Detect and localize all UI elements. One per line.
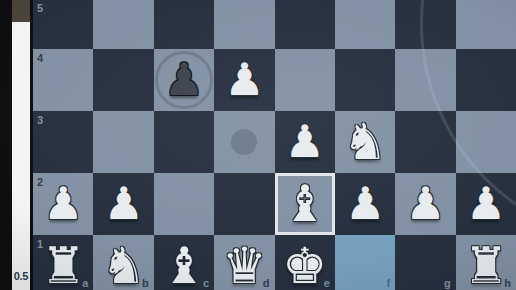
white-knight-piece[interactable]: ♞	[93, 235, 153, 290]
square-f3[interactable]: ♞	[335, 111, 395, 173]
file-label-f: f	[387, 278, 391, 289]
square-f2[interactable]: ♟	[335, 173, 395, 235]
square-a4[interactable]: 4	[33, 49, 93, 111]
file-label-g: g	[444, 278, 451, 289]
square-b5[interactable]	[93, 0, 153, 49]
square-c4[interactable]: ♟	[154, 49, 214, 111]
white-pawn-piece[interactable]: ♟	[456, 173, 516, 235]
square-e2[interactable]: ♝	[275, 173, 335, 235]
square-d2[interactable]	[214, 173, 274, 235]
square-c1[interactable]: c♝	[154, 235, 214, 290]
square-d4[interactable]: ♟	[214, 49, 274, 111]
square-h2[interactable]: ♟	[456, 173, 516, 235]
white-bishop-piece[interactable]: ♝	[154, 235, 214, 290]
white-knight-piece[interactable]: ♞	[335, 111, 395, 173]
white-queen-piece[interactable]: ♛	[214, 235, 274, 290]
square-g4[interactable]	[395, 49, 455, 111]
eval-bar-black-segment	[12, 0, 30, 22]
square-f4[interactable]	[335, 49, 395, 111]
black-pawn-piece[interactable]: ♟	[154, 49, 214, 111]
square-f1[interactable]: f	[335, 235, 395, 290]
eval-score: 0.5	[12, 270, 30, 282]
square-d5[interactable]	[214, 0, 274, 49]
white-pawn-piece[interactable]: ♟	[275, 111, 335, 173]
square-g5[interactable]	[395, 0, 455, 49]
square-d3[interactable]	[214, 111, 274, 173]
square-c3[interactable]	[154, 111, 214, 173]
white-bishop-piece[interactable]: ♝	[275, 173, 335, 235]
white-pawn-piece[interactable]: ♟	[33, 173, 93, 235]
square-h4[interactable]	[456, 49, 516, 111]
square-f5[interactable]	[335, 0, 395, 49]
square-b2[interactable]: ♟	[93, 173, 153, 235]
square-a5[interactable]: 5	[33, 0, 93, 49]
square-b4[interactable]	[93, 49, 153, 111]
square-b1[interactable]: b♞	[93, 235, 153, 290]
square-e5[interactable]	[275, 0, 335, 49]
square-d1[interactable]: d♛	[214, 235, 274, 290]
square-a1[interactable]: 1a♜	[33, 235, 93, 290]
square-h1[interactable]: h♜	[456, 235, 516, 290]
square-g2[interactable]: ♟	[395, 173, 455, 235]
move-hint-dot	[231, 129, 257, 155]
square-e1[interactable]: e♚	[275, 235, 335, 290]
square-a3[interactable]: 3	[33, 111, 93, 173]
eval-bar: 0.5	[12, 0, 30, 290]
rank-label-4: 4	[37, 53, 43, 64]
chess-app-frame: 0.5 54♟♟3♟♞2♟♟♝♟♟♟1a♜b♞c♝d♛e♚fgh♜	[0, 0, 516, 290]
white-pawn-piece[interactable]: ♟	[214, 49, 274, 111]
square-h5[interactable]	[456, 0, 516, 49]
white-rook-piece[interactable]: ♜	[456, 235, 516, 290]
white-pawn-piece[interactable]: ♟	[335, 173, 395, 235]
square-a2[interactable]: 2♟	[33, 173, 93, 235]
square-g3[interactable]	[395, 111, 455, 173]
rank-label-5: 5	[37, 3, 43, 14]
white-pawn-piece[interactable]: ♟	[93, 173, 153, 235]
rank-label-3: 3	[37, 115, 43, 126]
chess-board[interactable]: 54♟♟3♟♞2♟♟♝♟♟♟1a♜b♞c♝d♛e♚fgh♜	[33, 0, 516, 290]
white-rook-piece[interactable]: ♜	[33, 235, 93, 290]
square-e4[interactable]	[275, 49, 335, 111]
square-c5[interactable]	[154, 0, 214, 49]
square-g1[interactable]: g	[395, 235, 455, 290]
white-king-piece[interactable]: ♚	[275, 235, 335, 290]
square-c2[interactable]	[154, 173, 214, 235]
square-b3[interactable]	[93, 111, 153, 173]
square-e3[interactable]: ♟	[275, 111, 335, 173]
white-pawn-piece[interactable]: ♟	[395, 173, 455, 235]
eval-bar-white-segment	[12, 22, 30, 290]
square-h3[interactable]	[456, 111, 516, 173]
